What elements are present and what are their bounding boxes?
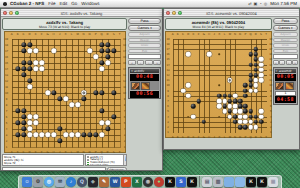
board-coordinate: F bbox=[41, 33, 43, 36]
black-stone bbox=[254, 68, 259, 73]
board-coordinate: 19 bbox=[269, 37, 272, 40]
black-stone bbox=[238, 99, 243, 104]
mail-icon[interactable]: ✉ bbox=[55, 177, 65, 187]
board-coordinate: N bbox=[234, 33, 236, 36]
apple-menu-icon[interactable] bbox=[3, 2, 7, 6]
star-point bbox=[29, 92, 31, 94]
white-stone bbox=[51, 48, 56, 53]
nav-button-1[interactable]: ‹ bbox=[137, 60, 145, 65]
board-coordinate: 11 bbox=[269, 79, 272, 82]
board-coordinate: P bbox=[244, 33, 246, 36]
finder-icon[interactable]: ☺ bbox=[22, 177, 32, 187]
observer-name: ChienO4 (10k) bbox=[90, 164, 108, 166]
board-coordinate: S bbox=[260, 135, 262, 138]
black-stone bbox=[243, 94, 248, 99]
white-stone bbox=[186, 52, 191, 57]
white-clock: 00:05 bbox=[275, 74, 297, 81]
board-coordinate: H bbox=[53, 33, 55, 36]
black-clock: 00:56 bbox=[130, 91, 159, 98]
player-name-row: ○ axdxlfv bbox=[130, 69, 159, 74]
black-stone bbox=[105, 48, 110, 53]
board-coordinate: B bbox=[17, 151, 19, 154]
white-stone-icon: ○ bbox=[131, 69, 133, 73]
game-status: Move 84 (W at M11): Black to play bbox=[166, 25, 271, 29]
edit-button[interactable]: Edit bbox=[273, 49, 298, 54]
board-coordinate: 8 bbox=[6, 104, 8, 107]
black-stone bbox=[27, 66, 32, 71]
menu-file[interactable]: File bbox=[48, 1, 55, 6]
board-coordinate: 9 bbox=[124, 98, 126, 101]
board-coordinate: 2 bbox=[167, 126, 169, 129]
star-point bbox=[219, 116, 221, 118]
observer-item[interactable]: ChienO4 (10k) bbox=[87, 164, 122, 166]
itunes-icon[interactable]: ♪ bbox=[66, 177, 76, 187]
black-stone bbox=[111, 114, 116, 119]
webcam-app-icon[interactable]: ● bbox=[154, 177, 164, 187]
black-stone bbox=[202, 120, 207, 125]
command-field[interactable] bbox=[128, 54, 161, 59]
player-name: axdxlfv bbox=[134, 69, 144, 73]
black-stone bbox=[27, 78, 32, 83]
white-stone bbox=[259, 109, 264, 114]
board-coordinate: 10 bbox=[166, 84, 169, 87]
board-coordinate: 6 bbox=[167, 105, 169, 108]
undo-button[interactable]: Undo bbox=[128, 43, 161, 48]
app-name[interactable]: CGoban 2 - NFS bbox=[10, 1, 44, 6]
black-stone bbox=[21, 120, 26, 125]
black-stone bbox=[21, 132, 26, 137]
desktop: CGoban 2 - NFS FileEditGoWindows ⇄▣◔◎ Mo… bbox=[0, 0, 300, 188]
board-coordinate: M bbox=[76, 33, 78, 36]
menu-windows[interactable]: Windows bbox=[81, 1, 99, 6]
board-coordinate: 7 bbox=[270, 100, 272, 103]
titlebar[interactable]: IGS: acewmdr vs. 09042004 bbox=[164, 9, 299, 17]
board-coordinate: 17 bbox=[123, 50, 126, 53]
board-coordinate: P bbox=[244, 135, 246, 138]
star-point bbox=[187, 116, 189, 118]
white-stone bbox=[186, 94, 191, 99]
star-point bbox=[101, 56, 103, 58]
folder-icon[interactable] bbox=[224, 177, 234, 187]
white-stone bbox=[259, 78, 264, 83]
black-stone bbox=[99, 90, 104, 95]
board-coordinate: 14 bbox=[123, 68, 126, 71]
edit-button[interactable]: Edit bbox=[128, 49, 161, 54]
board-coordinate: M bbox=[229, 33, 231, 36]
black-stone bbox=[21, 126, 26, 131]
board-coordinate: 6 bbox=[270, 105, 272, 108]
menu-clock[interactable]: Mon 7:56 PM bbox=[270, 1, 297, 6]
resign-button[interactable]: Resign bbox=[273, 38, 298, 43]
game-window-left: IGS: axdxlfv vs. Takang axdxlfv vs. Taka… bbox=[0, 8, 163, 171]
nav-button-0[interactable]: « bbox=[273, 60, 279, 65]
white-stone bbox=[248, 88, 253, 93]
white-stone bbox=[207, 52, 212, 57]
black-stone bbox=[243, 104, 248, 109]
board-coordinate: 9 bbox=[167, 89, 169, 92]
black-stone bbox=[111, 90, 116, 95]
black-stone bbox=[21, 48, 26, 53]
graphics-app-icon[interactable]: ✎ bbox=[99, 177, 109, 187]
board-coordinate: 2 bbox=[124, 140, 126, 143]
board-coordinate: 5 bbox=[124, 122, 126, 125]
board-coordinate: G bbox=[47, 151, 49, 154]
white-stone bbox=[217, 99, 222, 104]
black-stone bbox=[248, 83, 253, 88]
display-icon[interactable]: ▣ bbox=[254, 1, 258, 6]
cgoban-icon-3[interactable]: K bbox=[246, 177, 256, 187]
black-stone bbox=[191, 104, 196, 109]
board-coordinate: 19 bbox=[5, 38, 8, 41]
black-stone bbox=[233, 99, 238, 104]
board-coordinate: 16 bbox=[123, 56, 126, 59]
window-title: IGS: axdxlfv vs. Takang bbox=[1, 11, 162, 16]
cgoban-icon-4[interactable]: K bbox=[257, 177, 267, 187]
board-coordinate: 5 bbox=[270, 110, 272, 113]
white-stone bbox=[39, 132, 44, 137]
captures-count: 1 bbox=[275, 91, 297, 96]
board-coordinate: K bbox=[65, 33, 67, 36]
board-coordinate: Q bbox=[250, 33, 252, 36]
black-stone bbox=[15, 66, 20, 71]
board-coordinate: 18 bbox=[5, 44, 8, 47]
white-stone bbox=[81, 90, 86, 95]
board-coordinate: A bbox=[11, 33, 13, 36]
board-coordinate: L bbox=[71, 151, 73, 154]
board-coordinate: 10 bbox=[5, 92, 8, 95]
board-coordinate: B bbox=[177, 135, 179, 138]
nav-button-0[interactable]: « bbox=[128, 60, 136, 65]
board-coordinate: 17 bbox=[269, 48, 272, 51]
board-coordinate: 14 bbox=[5, 68, 8, 71]
window-footer bbox=[165, 139, 272, 147]
white-stone bbox=[243, 114, 248, 119]
black-stone bbox=[254, 57, 259, 62]
menu-status-icons[interactable]: ⇄▣◔◎ bbox=[248, 1, 267, 6]
board-coordinate: M bbox=[229, 135, 231, 138]
folder-icon-2[interactable] bbox=[235, 177, 245, 187]
board-coordinate: 15 bbox=[269, 58, 272, 61]
white-stone bbox=[186, 83, 191, 88]
chat-input[interactable] bbox=[2, 167, 106, 171]
nav-button-3[interactable]: » bbox=[292, 60, 298, 65]
go-board-right[interactable]: AA1919BB1818CC1717DD1616EE1515FF1414GG13… bbox=[165, 31, 272, 138]
board-coordinate: C bbox=[182, 33, 184, 36]
board-coordinate: G bbox=[203, 135, 205, 138]
white-stone bbox=[228, 104, 233, 109]
board-coordinate: N bbox=[234, 135, 236, 138]
star-point bbox=[65, 128, 67, 130]
board-coordinate: 1 bbox=[124, 146, 126, 149]
adjourn-button[interactable]: Adjourn bbox=[273, 32, 298, 37]
board-coordinate: D bbox=[187, 33, 189, 36]
board-coordinate: 7 bbox=[124, 110, 126, 113]
board-coordinate: K bbox=[65, 151, 67, 154]
board-coordinate: D bbox=[187, 135, 189, 138]
board-coordinate: 11 bbox=[167, 79, 170, 82]
board-coordinate: 3 bbox=[6, 134, 8, 137]
white-stone bbox=[33, 132, 38, 137]
black-stone bbox=[254, 114, 259, 119]
board-coordinate: 10 bbox=[123, 92, 126, 95]
black-stone bbox=[87, 132, 92, 137]
black-stone bbox=[259, 120, 264, 125]
star-point bbox=[219, 53, 221, 55]
black-stone bbox=[243, 83, 248, 88]
black-stone bbox=[248, 52, 253, 57]
games-menu-button[interactable]: Games▾ bbox=[273, 25, 298, 31]
board-coordinate: 3 bbox=[124, 134, 126, 137]
white-stone bbox=[228, 78, 233, 83]
white-stone bbox=[248, 125, 253, 130]
board-coordinate: N bbox=[83, 33, 85, 36]
black-stone bbox=[105, 42, 110, 47]
white-stone bbox=[33, 66, 38, 71]
side-buttons: AdjournResignUndoEdit bbox=[273, 32, 298, 53]
board-coordinate: R bbox=[255, 33, 257, 36]
adjourn-button[interactable]: Adjourn bbox=[128, 32, 161, 37]
game-status: Move 73 (W at N10): Black to play bbox=[3, 25, 126, 29]
board-coordinate: O bbox=[89, 33, 91, 36]
resign-button[interactable]: Resign bbox=[128, 38, 161, 43]
board-coordinate: 15 bbox=[123, 62, 126, 65]
observer-status-icon bbox=[87, 156, 89, 158]
board-coordinate: C bbox=[23, 33, 25, 36]
observer-status-icon bbox=[87, 162, 89, 164]
star-point bbox=[65, 56, 67, 58]
black-stone bbox=[243, 109, 248, 114]
cgoban-icon[interactable]: K bbox=[165, 177, 175, 187]
board-coordinate: 14 bbox=[269, 63, 272, 66]
board-coordinate: 11 bbox=[5, 86, 8, 89]
nav-button-3[interactable]: » bbox=[153, 60, 161, 65]
dvd-player-icon[interactable]: ◉ bbox=[143, 177, 153, 187]
black-stone bbox=[233, 120, 238, 125]
black-stone bbox=[248, 109, 253, 114]
undo-button[interactable]: Undo bbox=[273, 43, 298, 48]
board-coordinate: 1 bbox=[167, 131, 169, 134]
white-stone bbox=[87, 48, 92, 53]
white-stone bbox=[33, 114, 38, 119]
volume-icon[interactable]: ◔ bbox=[259, 1, 261, 6]
board-coordinate: H bbox=[208, 135, 210, 138]
board-coordinate: C bbox=[23, 151, 25, 154]
board-coordinate: D bbox=[29, 151, 31, 154]
board-coordinate: R bbox=[107, 33, 109, 36]
board-coordinate: 7 bbox=[167, 100, 169, 103]
white-stone bbox=[99, 66, 104, 71]
black-stone bbox=[81, 132, 86, 137]
utility-app-icon[interactable]: ◆ bbox=[88, 177, 98, 187]
white-stone bbox=[105, 120, 110, 125]
observer-status-icon bbox=[87, 159, 89, 161]
white-stone bbox=[27, 120, 32, 125]
safari-icon[interactable]: ◎ bbox=[44, 177, 54, 187]
player-name: acewmdr bbox=[279, 69, 292, 73]
nav-button-2[interactable]: › bbox=[286, 60, 292, 65]
trash-icon[interactable]: ▦ bbox=[268, 177, 278, 187]
white-stone bbox=[254, 83, 259, 88]
board-coordinate: L bbox=[224, 33, 226, 36]
powerpoint-icon[interactable]: P bbox=[121, 177, 131, 187]
menu-items[interactable]: FileEditGoWindows bbox=[48, 1, 103, 6]
spotlight-icon[interactable]: ◎ bbox=[264, 1, 268, 6]
observers-list[interactable]: axdxlfv (?)Takang (-)TessierAshpool (7k)… bbox=[85, 154, 127, 166]
black-stone bbox=[105, 54, 110, 59]
board-coordinate: 8 bbox=[270, 94, 272, 97]
last-move-marker bbox=[229, 79, 232, 82]
board-coordinate: 11 bbox=[123, 86, 126, 89]
black-stone bbox=[248, 114, 253, 119]
board-coordinate: S bbox=[260, 33, 262, 36]
clock-panel: ○ acewmdr 00:05 1 04:58 bbox=[273, 67, 298, 105]
nav-button-1[interactable]: ‹ bbox=[279, 60, 285, 65]
document-icon[interactable]: ▤ bbox=[202, 177, 212, 187]
scrollbar[interactable] bbox=[123, 155, 126, 165]
black-stone bbox=[21, 66, 26, 71]
observers-button[interactable]: Observers bbox=[107, 167, 128, 171]
scrollbar-thumb[interactable] bbox=[125, 156, 126, 161]
board-coordinate: K bbox=[218, 33, 220, 36]
black-stone bbox=[228, 94, 233, 99]
board-coordinate: 4 bbox=[124, 128, 126, 131]
nav-button-2[interactable]: › bbox=[145, 60, 153, 65]
white-stone bbox=[33, 120, 38, 125]
black-stone bbox=[254, 47, 259, 52]
cgoban-icon-2[interactable]: K bbox=[187, 177, 197, 187]
avatar bbox=[285, 82, 294, 90]
board-coordinate: A bbox=[11, 151, 13, 154]
white-stone bbox=[39, 60, 44, 65]
black-stone bbox=[57, 96, 62, 101]
board-coordinate: 12 bbox=[123, 80, 126, 83]
board-coordinate: 13 bbox=[269, 68, 272, 71]
s-app-icon[interactable]: S bbox=[176, 177, 186, 187]
dock-separator bbox=[199, 176, 200, 187]
go-board-left[interactable]: AA1919BB1818CC1717DD1616EE1515FF1414GG13… bbox=[4, 31, 126, 153]
white-stone bbox=[181, 88, 186, 93]
chevron-down-icon: ▾ bbox=[150, 26, 152, 30]
board-coordinate: 16 bbox=[166, 53, 169, 56]
board-coordinate: 9 bbox=[270, 89, 272, 92]
white-stone bbox=[254, 88, 259, 93]
board-coordinate: S bbox=[113, 33, 115, 36]
black-stone bbox=[93, 132, 98, 137]
sync-icon[interactable]: ⇄ bbox=[248, 1, 251, 6]
black-stone bbox=[248, 78, 253, 83]
black-stone bbox=[15, 120, 20, 125]
white-stone bbox=[63, 96, 68, 101]
titlebar[interactable]: IGS: axdxlfv vs. Takang bbox=[1, 9, 162, 17]
board-coordinate: 14 bbox=[166, 63, 169, 66]
document-icon-2[interactable]: ▥ bbox=[213, 177, 223, 187]
black-stone bbox=[254, 62, 259, 67]
white-stone bbox=[238, 114, 243, 119]
player-avatars bbox=[275, 81, 297, 90]
white-stone bbox=[93, 54, 98, 59]
white-stone bbox=[233, 104, 238, 109]
board-coordinate: B bbox=[177, 33, 179, 36]
white-stone bbox=[254, 125, 259, 130]
white-stone bbox=[45, 90, 50, 95]
board-coordinate: J bbox=[59, 151, 60, 154]
clock-panel: ○ axdxlfv 00:48 00:56 bbox=[128, 67, 161, 100]
command-field[interactable] bbox=[273, 54, 298, 59]
board-coordinate: 5 bbox=[6, 122, 8, 125]
player-name-row: ○ acewmdr bbox=[275, 69, 297, 74]
board-coordinate: 12 bbox=[269, 74, 272, 77]
white-stone bbox=[75, 132, 80, 137]
player-avatars bbox=[130, 81, 159, 90]
board-coordinate: G bbox=[203, 33, 205, 36]
board-coordinate: E bbox=[35, 151, 37, 154]
black-stone bbox=[21, 72, 26, 77]
white-stone bbox=[238, 109, 243, 114]
white-stone bbox=[33, 60, 38, 65]
menu-go[interactable]: Go bbox=[71, 1, 77, 6]
white-stone bbox=[27, 126, 32, 131]
board-coordinate: 7 bbox=[6, 110, 8, 113]
chat-log: Move 71axdxlfv (3k): hiMove 72Takang (-)… bbox=[2, 154, 84, 166]
black-stone bbox=[15, 132, 20, 137]
board-coordinate: 3 bbox=[167, 120, 169, 123]
black-stone bbox=[111, 48, 116, 53]
game-window-right: IGS: acewmdr vs. 09042004 acewmdr (8k) v… bbox=[163, 8, 300, 150]
word-icon[interactable]: W bbox=[110, 177, 120, 187]
pass-button[interactable]: Pass bbox=[273, 18, 298, 24]
last-move-marker bbox=[82, 91, 85, 94]
black-stone bbox=[238, 125, 243, 130]
system-preferences-icon[interactable]: ⚙ bbox=[33, 177, 43, 187]
board-coordinate: D bbox=[29, 33, 31, 36]
dock-icons: ☺⚙◎✉♪Q◆✎WPX◉●KSK▤▥KK▦ bbox=[22, 176, 278, 187]
board-coordinate: 17 bbox=[166, 48, 169, 51]
avatar bbox=[141, 82, 150, 90]
white-stone bbox=[69, 102, 74, 107]
board-coordinate: 6 bbox=[6, 116, 8, 119]
avatar bbox=[131, 82, 140, 90]
black-stone bbox=[21, 42, 26, 47]
black-stone bbox=[222, 104, 227, 109]
board-coordinate: T bbox=[265, 33, 267, 36]
board-coordinate: Q bbox=[101, 33, 103, 36]
board-coordinate: H bbox=[208, 33, 210, 36]
board-coordinate: H bbox=[53, 151, 55, 154]
board-coordinate: 17 bbox=[5, 50, 8, 53]
menu-edit[interactable]: Edit bbox=[60, 1, 68, 6]
move-nav-buttons: «‹›» bbox=[273, 60, 298, 65]
board-coordinate: 4 bbox=[270, 115, 272, 118]
white-stone-icon: ○ bbox=[276, 69, 278, 73]
board-coordinate: 4 bbox=[167, 115, 169, 118]
white-stone bbox=[75, 102, 80, 107]
white-stone bbox=[99, 132, 104, 137]
pass-button[interactable]: Pass bbox=[128, 18, 161, 24]
quicktime-icon[interactable]: Q bbox=[77, 177, 87, 187]
avatar bbox=[275, 82, 284, 90]
white-stone bbox=[27, 132, 32, 137]
excel-icon[interactable]: X bbox=[132, 177, 142, 187]
board-coordinate: E bbox=[192, 135, 194, 138]
white-clock: 00:48 bbox=[130, 74, 159, 81]
board-coordinate: J bbox=[213, 33, 214, 36]
black-stone bbox=[248, 73, 253, 78]
board-coordinate: 12 bbox=[166, 74, 169, 77]
board-coordinate: 2 bbox=[270, 126, 272, 129]
board-coordinate: J bbox=[213, 135, 214, 138]
games-menu-button[interactable]: Games▾ bbox=[128, 25, 161, 31]
black-stone bbox=[81, 96, 86, 101]
